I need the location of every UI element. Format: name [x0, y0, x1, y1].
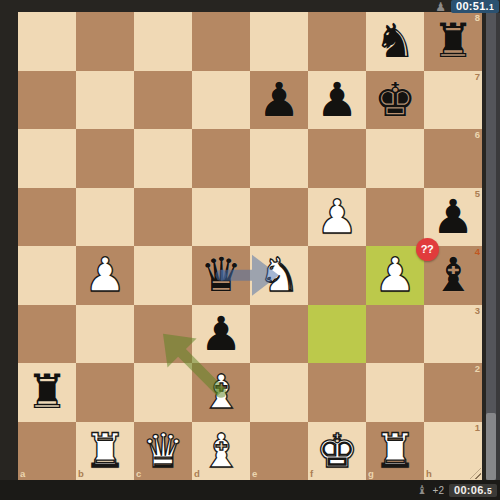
- white-clock: 00:06.5: [449, 484, 497, 497]
- rank-label-4: 4: [475, 247, 480, 257]
- white-pawn-g4[interactable]: ♟: [366, 246, 424, 305]
- square-a1[interactable]: a: [18, 422, 76, 481]
- square-d7[interactable]: [192, 71, 250, 130]
- square-b5[interactable]: [76, 188, 134, 247]
- file-label-a: a: [20, 469, 25, 479]
- square-h8[interactable]: ♜8: [424, 12, 482, 71]
- scrollbar-thumb[interactable]: [486, 413, 496, 480]
- black-clock-time: 00:51.: [456, 0, 489, 12]
- white-clock-tenths: 5: [487, 486, 492, 496]
- file-label-e: e: [252, 469, 257, 479]
- square-a7[interactable]: [18, 71, 76, 130]
- square-e8[interactable]: [250, 12, 308, 71]
- white-queen-c1[interactable]: ♛: [134, 422, 192, 481]
- square-f5[interactable]: ♟: [308, 188, 366, 247]
- square-h6[interactable]: 6: [424, 129, 482, 188]
- material-advantage: +2: [433, 485, 444, 496]
- square-f3[interactable]: [308, 305, 366, 364]
- square-c6[interactable]: [134, 129, 192, 188]
- square-g2[interactable]: [366, 363, 424, 422]
- white-king-f1[interactable]: ♚: [308, 422, 366, 481]
- black-queen-d4[interactable]: ♛: [192, 246, 250, 305]
- square-d1[interactable]: ♝d: [192, 422, 250, 481]
- square-f2[interactable]: [308, 363, 366, 422]
- scrollbar-track: [486, 13, 500, 480]
- square-g3[interactable]: [366, 305, 424, 364]
- rank-label-3: 3: [475, 306, 480, 316]
- square-d5[interactable]: [192, 188, 250, 247]
- square-e5[interactable]: [250, 188, 308, 247]
- square-b2[interactable]: [76, 363, 134, 422]
- square-h3[interactable]: 3: [424, 305, 482, 364]
- square-d6[interactable]: [192, 129, 250, 188]
- square-c8[interactable]: [134, 12, 192, 71]
- square-g4[interactable]: ♟: [366, 246, 424, 305]
- black-rook-a2[interactable]: ♜: [18, 363, 76, 422]
- white-bishop-d2[interactable]: ♝: [192, 363, 250, 422]
- square-a2[interactable]: ♜: [18, 363, 76, 422]
- square-h5[interactable]: ♟5: [424, 188, 482, 247]
- rank-label-8: 8: [475, 13, 480, 23]
- square-c7[interactable]: [134, 71, 192, 130]
- black-rook-h8[interactable]: ♜: [424, 12, 482, 71]
- square-f1[interactable]: ♚f: [308, 422, 366, 481]
- square-d2[interactable]: ♝: [192, 363, 250, 422]
- white-bishop-d1[interactable]: ♝: [192, 422, 250, 481]
- square-b3[interactable]: [76, 305, 134, 364]
- square-b8[interactable]: [76, 12, 134, 71]
- white-clock-time: 00:06.: [454, 484, 487, 496]
- blunder-badge-label: ??: [421, 243, 433, 255]
- square-d3[interactable]: ♟: [192, 305, 250, 364]
- black-king-g7[interactable]: ♚: [366, 71, 424, 130]
- white-knight-e4[interactable]: ♞: [250, 246, 308, 305]
- square-d8[interactable]: [192, 12, 250, 71]
- black-pawn-h5[interactable]: ♟: [424, 188, 482, 247]
- square-c4[interactable]: [134, 246, 192, 305]
- white-rook-b1[interactable]: ♜: [76, 422, 134, 481]
- square-f4[interactable]: [308, 246, 366, 305]
- square-d4[interactable]: ♛: [192, 246, 250, 305]
- square-f7[interactable]: ♟: [308, 71, 366, 130]
- rank-label-2: 2: [475, 364, 480, 374]
- file-label-b: b: [78, 469, 84, 479]
- square-g8[interactable]: ♞: [366, 12, 424, 71]
- square-e4[interactable]: ♞: [250, 246, 308, 305]
- captured-pawn-icon: ♟: [435, 1, 446, 13]
- white-rook-g1[interactable]: ♜: [366, 422, 424, 481]
- file-label-d: d: [194, 469, 200, 479]
- top-player-bar: ♟ 00:51.1: [0, 0, 500, 13]
- square-g6[interactable]: [366, 129, 424, 188]
- square-a6[interactable]: [18, 129, 76, 188]
- square-e7[interactable]: ♟: [250, 71, 308, 130]
- file-label-h: h: [426, 469, 432, 479]
- square-b6[interactable]: [76, 129, 134, 188]
- file-label-c: c: [136, 469, 141, 479]
- square-b1[interactable]: ♜b: [76, 422, 134, 481]
- blunder-badge: ??: [416, 238, 439, 261]
- black-clock: 00:51.1: [451, 0, 499, 13]
- square-e2[interactable]: [250, 363, 308, 422]
- square-e1[interactable]: e: [250, 422, 308, 481]
- rank-label-7: 7: [475, 72, 480, 82]
- black-pawn-d3[interactable]: ♟: [192, 305, 250, 364]
- rank-label-6: 6: [475, 130, 480, 140]
- square-f8[interactable]: [308, 12, 366, 71]
- square-c3[interactable]: [134, 305, 192, 364]
- square-c5[interactable]: [134, 188, 192, 247]
- file-label-f: f: [310, 469, 313, 479]
- square-h2[interactable]: 2: [424, 363, 482, 422]
- white-pawn-b4[interactable]: ♟: [76, 246, 134, 305]
- black-pawn-e7[interactable]: ♟: [250, 71, 308, 130]
- chess-board[interactable]: ♞♜8♟♟♚76♟♟5♟♛♞♟♝4♟3♜♝2a♜b♛c♝de♚f♜g1h: [18, 12, 482, 480]
- square-c1[interactable]: ♛c: [134, 422, 192, 481]
- file-label-g: g: [368, 469, 374, 479]
- square-a3[interactable]: [18, 305, 76, 364]
- board-resize-handle[interactable]: [470, 468, 481, 479]
- captured-bishop-icon: ♝: [417, 484, 428, 496]
- white-pawn-f5[interactable]: ♟: [308, 188, 366, 247]
- square-h1[interactable]: 1h: [424, 422, 482, 481]
- black-clock-tenths: 1: [489, 2, 494, 12]
- rank-label-5: 5: [475, 189, 480, 199]
- square-g7[interactable]: ♚: [366, 71, 424, 130]
- square-g1[interactable]: ♜g: [366, 422, 424, 481]
- square-h7[interactable]: 7: [424, 71, 482, 130]
- square-e3[interactable]: [250, 305, 308, 364]
- square-a5[interactable]: [18, 188, 76, 247]
- square-b7[interactable]: [76, 71, 134, 130]
- black-pawn-f7[interactable]: ♟: [308, 71, 366, 130]
- square-e6[interactable]: [250, 129, 308, 188]
- square-g5[interactable]: [366, 188, 424, 247]
- square-b4[interactable]: ♟: [76, 246, 134, 305]
- square-f6[interactable]: [308, 129, 366, 188]
- bottom-player-bar: ♝ +2 00:06.5: [0, 480, 500, 500]
- square-c2[interactable]: [134, 363, 192, 422]
- black-knight-g8[interactable]: ♞: [366, 12, 424, 71]
- rank-label-1: 1: [475, 423, 480, 433]
- square-a8[interactable]: [18, 12, 76, 71]
- square-a4[interactable]: [18, 246, 76, 305]
